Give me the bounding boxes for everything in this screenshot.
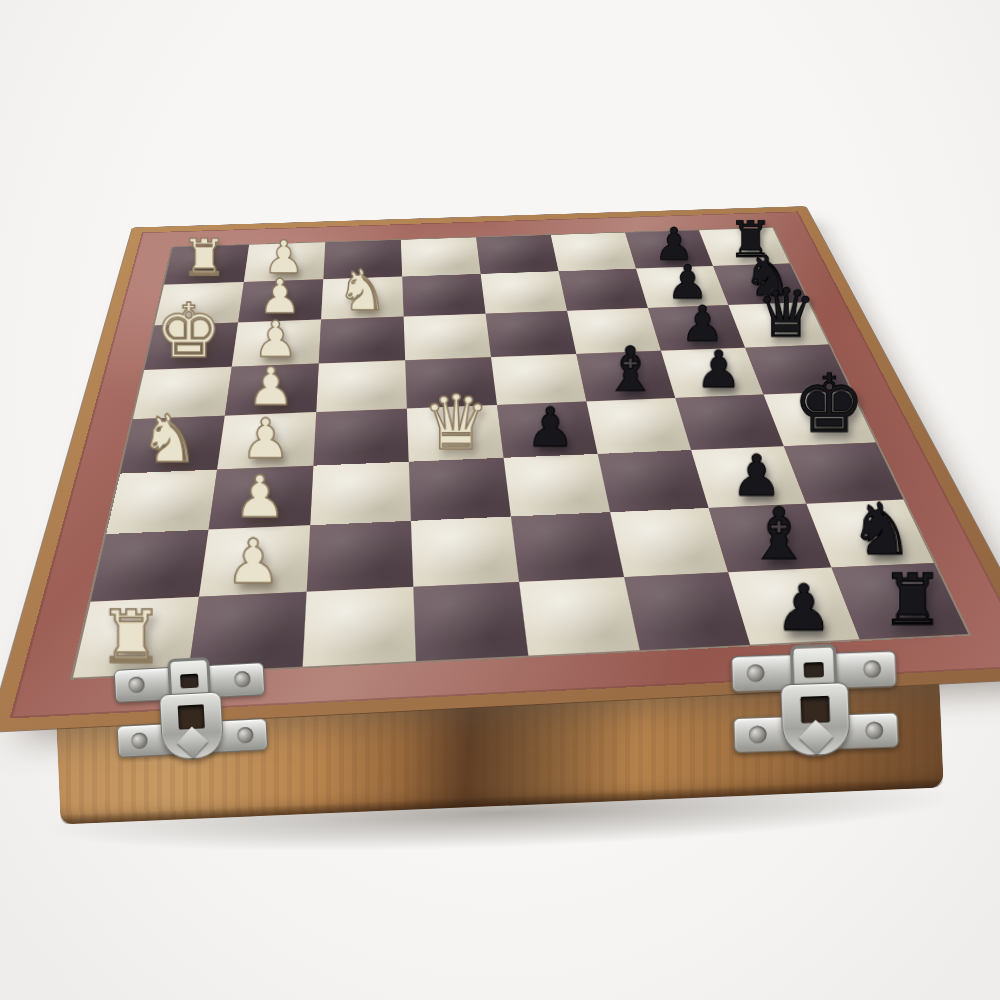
square-g3[interactable]: [307, 521, 414, 592]
square-a5[interactable]: [476, 235, 559, 274]
board-grid: ♜♟♟♜♟♞♟♞♚♟♟♛♟♝♟♞♟♛♟♚♟♟♟♝♞♜♟♜: [73, 228, 968, 678]
square-f2[interactable]: ♟: [209, 466, 314, 530]
white-pawn-f2[interactable]: ♟: [234, 471, 286, 524]
white-rook-h1[interactable]: ♜: [99, 604, 165, 671]
square-g2[interactable]: ♟: [199, 525, 310, 596]
square-c1[interactable]: ♚: [144, 322, 238, 370]
screw-icon: [234, 671, 251, 688]
screw-icon: [237, 727, 254, 744]
screw-icon: [131, 732, 148, 749]
square-e5[interactable]: ♟: [497, 402, 598, 458]
square-d3[interactable]: [316, 360, 407, 412]
square-a4[interactable]: [401, 237, 481, 276]
square-e1[interactable]: ♞: [120, 416, 225, 474]
latch-left[interactable]: [114, 660, 269, 764]
black-bishop-d6[interactable]: ♝: [603, 341, 658, 398]
square-g1[interactable]: [91, 530, 209, 602]
square-c8[interactable]: ♛: [728, 302, 828, 348]
square-g6[interactable]: [610, 508, 728, 577]
square-f1[interactable]: [106, 470, 217, 534]
black-king-e8[interactable]: ♚: [793, 368, 865, 442]
screw-icon: [128, 677, 145, 694]
black-pawn-h7[interactable]: ♟: [775, 580, 832, 639]
white-knight-b3[interactable]: ♞: [337, 264, 388, 316]
board-marble-border: ♜♟♟♜♟♞♟♞♚♟♟♛♟♝♟♞♟♛♟♚♟♟♟♝♞♜♟♜: [10, 211, 1000, 718]
square-b6[interactable]: [559, 269, 648, 311]
square-b5[interactable]: [481, 271, 567, 313]
screw-icon: [747, 664, 765, 682]
square-h4[interactable]: [413, 582, 528, 661]
latch-hasp-icon[interactable]: [159, 691, 224, 760]
black-pawn-d7[interactable]: ♟: [696, 347, 742, 394]
white-pawn-d2[interactable]: ♟: [247, 363, 294, 411]
black-pawn-e5[interactable]: ♟: [526, 403, 575, 453]
square-b3[interactable]: ♞: [321, 277, 403, 320]
black-bishop-g7[interactable]: ♝: [747, 501, 811, 567]
latch-right[interactable]: [731, 648, 900, 759]
square-f4[interactable]: [409, 458, 511, 521]
white-queen-e4[interactable]: ♛: [422, 388, 490, 458]
square-h3[interactable]: [303, 587, 416, 667]
square-c4[interactable]: [404, 314, 491, 361]
square-e7[interactable]: [675, 395, 784, 451]
square-g5[interactable]: [511, 512, 624, 582]
square-e4[interactable]: ♛: [407, 405, 504, 462]
square-c5[interactable]: [486, 311, 577, 357]
square-b4[interactable]: [402, 274, 485, 317]
square-g4[interactable]: [411, 516, 519, 586]
white-rook-a1[interactable]: ♜: [181, 235, 227, 282]
square-f5[interactable]: [504, 454, 611, 517]
white-pawn-g2[interactable]: ♟: [226, 534, 281, 591]
square-e3[interactable]: [313, 409, 408, 466]
black-knight-g8[interactable]: ♞: [849, 496, 913, 562]
black-rook-h8[interactable]: ♜: [881, 568, 945, 633]
screw-icon: [863, 660, 881, 678]
square-c3[interactable]: [319, 317, 405, 364]
square-d6[interactable]: ♝: [576, 351, 675, 402]
square-a6[interactable]: [551, 233, 636, 272]
square-e6[interactable]: [586, 398, 691, 454]
square-e2[interactable]: ♟: [217, 412, 316, 470]
square-f6[interactable]: [598, 450, 709, 512]
screw-icon: [865, 721, 883, 739]
square-f3[interactable]: [310, 462, 411, 525]
black-queen-c8[interactable]: ♛: [756, 282, 817, 344]
latch-hasp-icon[interactable]: [780, 682, 851, 757]
white-knight-e1[interactable]: ♞: [140, 408, 199, 469]
white-king-c1[interactable]: ♚: [155, 297, 222, 366]
product-photo-scene: ♜♟♟♜♟♞♟♞♚♟♟♛♟♝♟♞♟♛♟♚♟♟♟♝♞♜♟♜: [0, 0, 1000, 1000]
screw-icon: [749, 725, 767, 743]
square-e8[interactable]: ♚: [764, 391, 876, 446]
white-pawn-e2[interactable]: ♟: [241, 414, 290, 465]
square-a1[interactable]: ♜: [164, 245, 249, 285]
square-h5[interactable]: [519, 577, 640, 655]
